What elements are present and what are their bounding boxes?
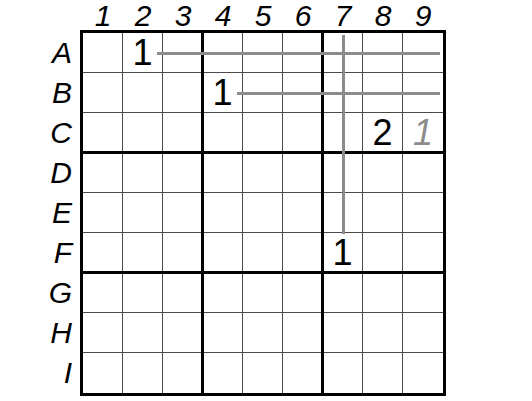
cell-I5 [243, 353, 283, 393]
col-label-1: 1 [83, 0, 123, 32]
row-label-C: C [0, 113, 77, 153]
row-label-F: F [0, 233, 77, 273]
cell-D3 [163, 153, 203, 193]
cell-C3 [163, 113, 203, 153]
cell-I3 [163, 353, 203, 393]
cell-D6 [283, 153, 323, 193]
cell-D9 [403, 153, 443, 193]
cell-F7: 1 [323, 233, 363, 273]
cell-F8 [363, 233, 403, 273]
row-label-D: D [0, 153, 77, 193]
cell-B1 [83, 73, 123, 113]
cell-F1 [83, 233, 123, 273]
scan-line-col-7 [342, 35, 345, 234]
cell-H3 [163, 313, 203, 353]
cell-E2 [123, 193, 163, 233]
cell-I4 [203, 353, 243, 393]
cell-C8: 2 [363, 113, 403, 153]
cell-G4 [203, 273, 243, 313]
cell-E3 [163, 193, 203, 233]
cell-D5 [243, 153, 283, 193]
cell-G1 [83, 273, 123, 313]
cell-I8 [363, 353, 403, 393]
cell-I6 [283, 353, 323, 393]
cell-G5 [243, 273, 283, 313]
cell-B2 [123, 73, 163, 113]
scan-line-row-a [157, 52, 440, 55]
cell-H2 [123, 313, 163, 353]
cell-F6 [283, 233, 323, 273]
cell-D1 [83, 153, 123, 193]
row-labels: ABCDEFGHI [0, 33, 77, 393]
row-label-H: H [0, 313, 77, 353]
cell-G7 [323, 273, 363, 313]
box-border-vertical-1 [201, 33, 204, 393]
cell-I2 [123, 353, 163, 393]
cell-H9 [403, 313, 443, 353]
row-label-G: G [0, 273, 77, 313]
cell-G6 [283, 273, 323, 313]
cell-E1 [83, 193, 123, 233]
cell-E9 [403, 193, 443, 233]
cell-E5 [243, 193, 283, 233]
cell-D4 [203, 153, 243, 193]
cell-E8 [363, 193, 403, 233]
cell-C1 [83, 113, 123, 153]
cell-H8 [363, 313, 403, 353]
cell-D2 [123, 153, 163, 193]
col-label-9: 9 [403, 0, 443, 32]
cell-I9 [403, 353, 443, 393]
cell-G9 [403, 273, 443, 313]
cell-F9 [403, 233, 443, 273]
cell-H7 [323, 313, 363, 353]
cell-G8 [363, 273, 403, 313]
cell-H5 [243, 313, 283, 353]
cell-H1 [83, 313, 123, 353]
sudoku-board: 11211 [80, 30, 446, 396]
cell-I1 [83, 353, 123, 393]
cell-E4 [203, 193, 243, 233]
box-border-horizontal-1 [83, 151, 443, 154]
col-label-8: 8 [363, 0, 403, 32]
cell-C4 [203, 113, 243, 153]
col-label-5: 5 [243, 0, 283, 32]
col-label-3: 3 [163, 0, 203, 32]
row-label-E: E [0, 193, 77, 233]
cell-B3 [163, 73, 203, 113]
cell-A1 [83, 33, 123, 73]
cell-H4 [203, 313, 243, 353]
scan-line-row-b [237, 92, 440, 95]
cell-F4 [203, 233, 243, 273]
cell-I7 [323, 353, 363, 393]
box-border-vertical-2 [321, 33, 324, 393]
col-label-4: 4 [203, 0, 243, 32]
cell-E6 [283, 193, 323, 233]
cell-C5 [243, 113, 283, 153]
cell-F5 [243, 233, 283, 273]
cell-D8 [363, 153, 403, 193]
sudoku-diagram: 123456789 ABCDEFGHI 11211 [0, 0, 532, 401]
cells: 11211 [83, 33, 443, 393]
row-label-B: B [0, 73, 77, 113]
row-label-I: I [0, 353, 77, 393]
row-label-A: A [0, 33, 77, 73]
cell-G3 [163, 273, 203, 313]
cell-C9: 1 [403, 113, 443, 153]
cell-C2 [123, 113, 163, 153]
cell-F2 [123, 233, 163, 273]
cell-H6 [283, 313, 323, 353]
col-label-2: 2 [123, 0, 163, 32]
column-labels: 123456789 [83, 0, 443, 32]
cell-G2 [123, 273, 163, 313]
cell-C6 [283, 113, 323, 153]
cell-F3 [163, 233, 203, 273]
col-label-6: 6 [283, 0, 323, 32]
col-label-7: 7 [323, 0, 363, 32]
box-border-horizontal-2 [83, 271, 443, 274]
